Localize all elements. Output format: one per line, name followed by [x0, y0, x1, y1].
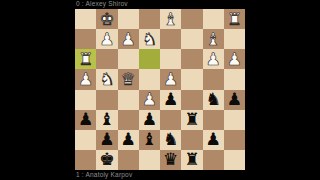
square-h8[interactable]	[75, 150, 96, 170]
square-e7[interactable]: ♝	[139, 130, 160, 150]
white-bishop: ♝	[206, 30, 221, 47]
square-b6[interactable]	[203, 110, 224, 130]
square-h1[interactable]	[75, 9, 96, 29]
square-e5[interactable]: ♟	[139, 90, 160, 110]
black-rook: ♜	[184, 111, 199, 128]
square-f3[interactable]	[118, 49, 139, 69]
square-f1[interactable]	[118, 9, 139, 29]
square-f7[interactable]: ♟	[118, 130, 139, 150]
square-b2[interactable]: ♝	[203, 29, 224, 49]
white-knight: ♞	[142, 30, 157, 47]
square-h2[interactable]	[75, 29, 96, 49]
square-e3[interactable]	[139, 49, 160, 69]
white-king: ♚	[99, 10, 114, 27]
square-a7[interactable]	[224, 130, 245, 150]
square-c5[interactable]	[181, 90, 202, 110]
square-b8[interactable]	[203, 150, 224, 170]
square-a5[interactable]: ♟	[224, 90, 245, 110]
square-a2[interactable]	[224, 29, 245, 49]
square-c2[interactable]	[181, 29, 202, 49]
square-e8[interactable]	[139, 150, 160, 170]
square-c7[interactable]	[181, 130, 202, 150]
square-e4[interactable]	[139, 69, 160, 89]
black-bishop: ♝	[142, 131, 157, 148]
square-f6[interactable]	[118, 110, 139, 130]
square-g2[interactable]: ♟	[96, 29, 117, 49]
black-pawn: ♟	[227, 91, 242, 108]
top-player-label: 0 : Alexey Shirov	[76, 0, 246, 8]
square-f4[interactable]: ♛	[118, 69, 139, 89]
square-d1[interactable]: ♝	[160, 9, 181, 29]
square-d7[interactable]: ♞	[160, 130, 181, 150]
white-pawn: ♟	[99, 30, 114, 47]
square-c4[interactable]	[181, 69, 202, 89]
square-a1[interactable]: ♜	[224, 9, 245, 29]
black-pawn: ♟	[121, 131, 136, 148]
square-g8[interactable]: ♚	[96, 150, 117, 170]
white-pawn: ♟	[78, 70, 93, 87]
white-bishop: ♝	[163, 10, 178, 27]
square-d5[interactable]: ♟	[160, 90, 181, 110]
square-f2[interactable]: ♟	[118, 29, 139, 49]
square-c1[interactable]	[181, 9, 202, 29]
square-b1[interactable]	[203, 9, 224, 29]
white-knight: ♞	[99, 70, 114, 87]
square-g6[interactable]: ♝	[96, 110, 117, 130]
square-a4[interactable]	[224, 69, 245, 89]
square-b7[interactable]: ♟	[203, 130, 224, 150]
white-pawn: ♟	[142, 91, 157, 108]
white-pawn: ♟	[227, 50, 242, 67]
square-c6[interactable]: ♜	[181, 110, 202, 130]
square-b3[interactable]: ♟	[203, 49, 224, 69]
square-d8[interactable]: ♛	[160, 150, 181, 170]
black-rook: ♜	[184, 151, 199, 168]
bottom-player-label: 1 : Anatoly Karpov	[76, 171, 246, 179]
square-f8[interactable]	[118, 150, 139, 170]
square-d4[interactable]: ♟	[160, 69, 181, 89]
square-c8[interactable]: ♜	[181, 150, 202, 170]
square-f5[interactable]	[118, 90, 139, 110]
white-queen: ♛	[121, 70, 136, 87]
white-pawn: ♟	[206, 50, 221, 67]
square-g7[interactable]: ♟	[96, 130, 117, 150]
black-pawn: ♟	[99, 131, 114, 148]
square-d6[interactable]	[160, 110, 181, 130]
square-d3[interactable]	[160, 49, 181, 69]
square-b4[interactable]	[203, 69, 224, 89]
square-g3[interactable]	[96, 49, 117, 69]
black-knight: ♞	[163, 131, 178, 148]
square-a3[interactable]: ♟	[224, 49, 245, 69]
black-queen: ♛	[163, 151, 178, 168]
black-pawn: ♟	[142, 111, 157, 128]
square-d2[interactable]	[160, 29, 181, 49]
white-rook: ♜	[78, 50, 93, 67]
black-pawn: ♟	[163, 91, 178, 108]
square-b5[interactable]: ♞	[203, 90, 224, 110]
white-rook: ♜	[227, 10, 242, 27]
square-a8[interactable]	[224, 150, 245, 170]
black-pawn: ♟	[206, 131, 221, 148]
square-h3[interactable]: ♜	[75, 49, 96, 69]
square-h4[interactable]: ♟	[75, 69, 96, 89]
square-a6[interactable]	[224, 110, 245, 130]
square-h6[interactable]: ♟	[75, 110, 96, 130]
square-h7[interactable]	[75, 130, 96, 150]
square-e1[interactable]	[139, 9, 160, 29]
square-h5[interactable]	[75, 90, 96, 110]
chess-board: ♚♝♜♟♟♞♝♜♟♟♟♞♛♟♟♟♞♟♟♝♟♜♟♟♝♞♟♚♛♜	[75, 9, 245, 170]
black-pawn: ♟	[78, 111, 93, 128]
white-pawn: ♟	[121, 30, 136, 47]
black-knight: ♞	[206, 91, 221, 108]
square-g4[interactable]: ♞	[96, 69, 117, 89]
black-bishop: ♝	[99, 111, 114, 128]
square-g1[interactable]: ♚	[96, 9, 117, 29]
square-e6[interactable]: ♟	[139, 110, 160, 130]
square-e2[interactable]: ♞	[139, 29, 160, 49]
square-c3[interactable]	[181, 49, 202, 69]
white-pawn: ♟	[163, 70, 178, 87]
black-king: ♚	[99, 151, 114, 168]
square-g5[interactable]	[96, 90, 117, 110]
